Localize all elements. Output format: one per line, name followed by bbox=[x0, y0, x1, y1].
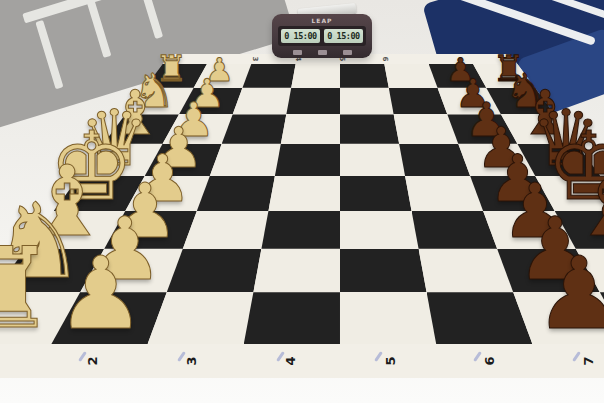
square-d6[interactable] bbox=[399, 144, 470, 176]
square-f4[interactable] bbox=[261, 211, 340, 249]
square-e5[interactable] bbox=[340, 176, 412, 211]
clock-body: LEAP 0 15:00 0 15:00 bbox=[272, 14, 372, 58]
square-b6[interactable] bbox=[389, 88, 448, 115]
square-h4[interactable] bbox=[244, 292, 340, 344]
scene: LEAP 0 15:00 0 15:00 12345673456♜♞♝♛♚♝♞♜… bbox=[0, 0, 604, 403]
chess-clock: LEAP 0 15:00 0 15:00 bbox=[272, 14, 372, 58]
square-b4[interactable] bbox=[286, 88, 340, 115]
piece-white-pawn-h2[interactable]: ♟ bbox=[56, 244, 146, 344]
square-a4[interactable] bbox=[291, 64, 340, 88]
rank-label-3: 3 bbox=[183, 356, 198, 365]
square-g5[interactable] bbox=[340, 249, 427, 292]
square-f5[interactable] bbox=[340, 211, 419, 249]
square-e3[interactable] bbox=[197, 176, 275, 211]
square-b3[interactable] bbox=[233, 88, 292, 115]
clock-button-2[interactable] bbox=[318, 50, 327, 55]
square-d4[interactable] bbox=[275, 144, 340, 176]
clock-button-1[interactable] bbox=[293, 50, 302, 55]
square-g3[interactable] bbox=[167, 249, 262, 292]
rank-label-7: 7 bbox=[581, 356, 596, 365]
rank-label-6: 6 bbox=[482, 356, 497, 365]
square-g6[interactable] bbox=[419, 249, 514, 292]
square-d3[interactable] bbox=[210, 144, 281, 176]
square-c3[interactable] bbox=[222, 114, 287, 143]
far-rank-label-6: 6 bbox=[381, 57, 389, 62]
clock-display-left: 0 15:00 bbox=[281, 29, 320, 43]
square-d5[interactable] bbox=[340, 144, 405, 176]
square-a3[interactable] bbox=[242, 64, 295, 88]
clock-display-panel: 0 15:00 0 15:00 bbox=[278, 26, 366, 46]
square-e4[interactable] bbox=[268, 176, 340, 211]
square-a5[interactable] bbox=[340, 64, 389, 88]
square-b5[interactable] bbox=[340, 88, 394, 115]
square-f3[interactable] bbox=[183, 211, 269, 249]
clock-display-right: 0 15:00 bbox=[324, 29, 363, 43]
rank-label-2: 2 bbox=[84, 356, 99, 365]
clock-button-3[interactable] bbox=[343, 50, 352, 55]
square-f6[interactable] bbox=[412, 211, 498, 249]
clock-brand-label: LEAP bbox=[272, 17, 372, 24]
square-h5[interactable] bbox=[340, 292, 436, 344]
piece-white-rook-h1[interactable]: ♜ bbox=[0, 234, 55, 346]
chess-board: 12345673456♜♞♝♛♚♝♞♜♟♟♟♟♟♟♟♟♟♟♟♟♟♟♟♟♜♞♝♛♚… bbox=[0, 0, 604, 403]
far-rank-label-3: 3 bbox=[251, 57, 259, 62]
rank-label-4: 4 bbox=[283, 356, 298, 365]
square-e6[interactable] bbox=[405, 176, 483, 211]
piece-black-pawn-h7[interactable]: ♟ bbox=[534, 244, 604, 344]
rank-label-5: 5 bbox=[382, 356, 397, 365]
square-c6[interactable] bbox=[394, 114, 459, 143]
square-g4[interactable] bbox=[253, 249, 340, 292]
square-c5[interactable] bbox=[340, 114, 399, 143]
square-c4[interactable] bbox=[281, 114, 340, 143]
square-a6[interactable] bbox=[384, 64, 437, 88]
